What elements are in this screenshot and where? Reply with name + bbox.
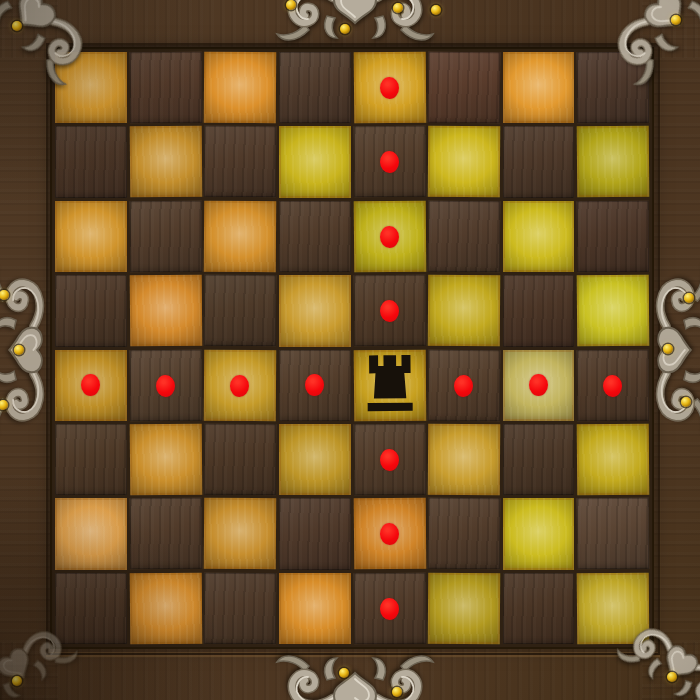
square-e2[interactable] <box>353 498 425 570</box>
square-h3 <box>577 424 649 496</box>
square-f2 <box>428 498 500 570</box>
move-hint-dot[interactable] <box>380 523 399 545</box>
move-hint-dot[interactable] <box>380 151 399 173</box>
move-hint-dot[interactable] <box>305 374 324 396</box>
square-e6[interactable] <box>353 200 425 272</box>
move-hint-dot[interactable] <box>81 374 100 396</box>
square-e8[interactable] <box>353 52 425 124</box>
square-d1 <box>279 573 351 644</box>
square-c7 <box>204 126 276 198</box>
square-c5 <box>204 275 276 347</box>
square-h4[interactable] <box>577 349 649 421</box>
square-c1 <box>204 572 276 644</box>
square-h1 <box>577 572 649 644</box>
chess-board <box>52 49 652 647</box>
square-a2 <box>55 498 127 569</box>
frame-grain-left <box>0 0 58 700</box>
move-hint-dot[interactable] <box>380 77 399 99</box>
square-g1 <box>503 573 575 644</box>
square-a3 <box>55 424 127 495</box>
square-f8 <box>428 52 500 124</box>
move-hint-dot[interactable] <box>380 597 399 619</box>
square-c2 <box>204 498 276 570</box>
move-hint-dot[interactable] <box>156 374 175 396</box>
square-e3[interactable] <box>353 424 425 496</box>
square-b6 <box>129 200 201 272</box>
square-h7 <box>577 126 649 198</box>
square-d4[interactable] <box>279 350 351 421</box>
square-e1[interactable] <box>353 572 425 644</box>
square-d8 <box>279 52 351 123</box>
square-g4[interactable] <box>503 350 575 421</box>
square-h6 <box>577 200 649 272</box>
square-c3 <box>204 424 276 496</box>
square-f1 <box>428 572 500 644</box>
square-e5[interactable] <box>353 275 425 347</box>
square-a8 <box>55 52 127 123</box>
square-a5 <box>55 275 127 346</box>
square-c4[interactable] <box>204 349 276 421</box>
square-d2 <box>279 498 351 569</box>
square-c6 <box>204 201 276 273</box>
antique-chessboard-scene <box>0 0 700 700</box>
square-b8 <box>129 52 201 124</box>
square-f3 <box>428 424 500 496</box>
square-d7 <box>279 126 351 197</box>
square-b7 <box>129 126 201 198</box>
square-e4[interactable] <box>353 349 425 421</box>
move-hint-dot[interactable] <box>380 448 399 470</box>
move-hint-dot[interactable] <box>380 300 399 322</box>
square-g7 <box>503 126 575 197</box>
move-hint-dot[interactable] <box>529 374 548 396</box>
square-h5 <box>577 275 649 347</box>
square-b3 <box>129 424 201 496</box>
square-a1 <box>55 573 127 644</box>
square-e7[interactable] <box>353 126 425 198</box>
move-hint-dot[interactable] <box>380 225 399 247</box>
square-d5 <box>279 275 351 346</box>
square-g5 <box>503 275 575 346</box>
square-g3 <box>503 424 575 495</box>
square-h8 <box>577 52 649 124</box>
square-a6 <box>55 201 127 272</box>
square-d6 <box>279 201 351 272</box>
square-b1 <box>129 572 201 644</box>
square-d3 <box>279 424 351 495</box>
black-rook[interactable] <box>362 350 417 416</box>
square-a4[interactable] <box>55 350 127 421</box>
frame-grain-bottom <box>0 642 700 700</box>
square-f7 <box>428 126 500 198</box>
square-a7 <box>55 126 127 197</box>
square-b5 <box>129 275 201 347</box>
square-g6 <box>503 201 575 272</box>
move-hint-dot[interactable] <box>230 374 249 396</box>
square-b2 <box>129 498 201 570</box>
square-b4[interactable] <box>129 349 201 421</box>
square-c8 <box>204 52 276 124</box>
move-hint-dot[interactable] <box>604 374 623 396</box>
square-g2 <box>503 498 575 569</box>
square-g8 <box>503 52 575 123</box>
square-h2 <box>577 498 649 570</box>
square-f6 <box>428 201 500 273</box>
square-f5 <box>428 275 500 347</box>
square-f4[interactable] <box>428 349 500 421</box>
move-hint-dot[interactable] <box>454 374 473 396</box>
